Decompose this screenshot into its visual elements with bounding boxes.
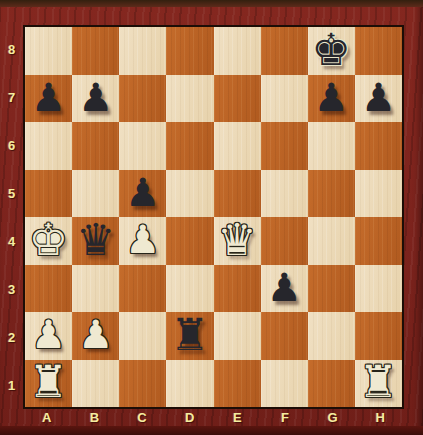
square-c1[interactable] [119,360,166,408]
square-c3[interactable] [119,265,166,313]
square-e7[interactable] [214,75,261,123]
file-labels: ABCDEFGH [23,409,404,426]
square-d6[interactable] [166,122,213,170]
square-f5[interactable] [261,170,308,218]
square-g1[interactable] [308,360,355,408]
rank-label-8: 8 [0,25,23,73]
square-a5[interactable] [25,170,72,218]
piece-white-pawn[interactable]: ♟ [125,220,160,259]
piece-black-pawn[interactable]: ♟ [78,78,113,117]
piece-black-pawn[interactable]: ♟ [361,78,396,117]
square-g5[interactable] [308,170,355,218]
square-e2[interactable] [214,312,261,360]
file-label-g: G [309,409,357,426]
piece-white-queen[interactable]: ♛ [217,218,256,262]
file-label-c: C [118,409,166,426]
square-c7[interactable] [119,75,166,123]
square-b3[interactable] [72,265,119,313]
square-f2[interactable] [261,312,308,360]
square-f3[interactable]: ♟ [261,265,308,313]
piece-black-pawn[interactable]: ♟ [267,268,302,307]
square-a2[interactable]: ♟ [25,312,72,360]
file-label-a: A [23,409,71,426]
square-b6[interactable] [72,122,119,170]
square-f8[interactable] [261,27,308,75]
square-d1[interactable] [166,360,213,408]
piece-white-rook[interactable]: ♜ [359,360,398,404]
square-b1[interactable] [72,360,119,408]
square-h1[interactable]: ♜ [355,360,402,408]
square-f4[interactable] [261,217,308,265]
square-h6[interactable] [355,122,402,170]
square-e4[interactable]: ♛ [214,217,261,265]
file-label-b: B [71,409,119,426]
rank-label-5: 5 [0,169,23,217]
file-label-d: D [166,409,214,426]
square-b2[interactable]: ♟ [72,312,119,360]
square-d4[interactable] [166,217,213,265]
square-f6[interactable] [261,122,308,170]
square-a8[interactable] [25,27,72,75]
file-label-h: H [356,409,404,426]
file-label-e: E [214,409,262,426]
rank-label-6: 6 [0,121,23,169]
piece-black-pawn[interactable]: ♟ [31,78,66,117]
chess-board: ♚♟♟♟♟♟♚♛♟♛♟♟♟♜♜♜ [23,25,404,409]
piece-white-pawn[interactable]: ♟ [31,315,66,354]
square-d7[interactable] [166,75,213,123]
square-g7[interactable]: ♟ [308,75,355,123]
square-c8[interactable] [119,27,166,75]
piece-white-pawn[interactable]: ♟ [78,315,113,354]
square-c2[interactable] [119,312,166,360]
square-d8[interactable] [166,27,213,75]
square-f7[interactable] [261,75,308,123]
rank-label-2: 2 [0,313,23,361]
square-a1[interactable]: ♜ [25,360,72,408]
frame-bottom-edge [0,426,423,435]
square-g3[interactable] [308,265,355,313]
chess-board-window: 87654321 ABCDEFGH ♚♟♟♟♟♟♚♛♟♛♟♟♟♜♜♜ [0,0,423,435]
square-h2[interactable] [355,312,402,360]
square-a4[interactable]: ♚ [25,217,72,265]
square-b4[interactable]: ♛ [72,217,119,265]
piece-black-king[interactable]: ♚ [312,28,351,72]
square-h3[interactable] [355,265,402,313]
square-c5[interactable]: ♟ [119,170,166,218]
square-b8[interactable] [72,27,119,75]
square-d3[interactable] [166,265,213,313]
piece-black-rook[interactable]: ♜ [170,313,209,357]
piece-black-pawn[interactable]: ♟ [314,78,349,117]
file-label-f: F [261,409,309,426]
square-e6[interactable] [214,122,261,170]
square-e3[interactable] [214,265,261,313]
rank-label-3: 3 [0,265,23,313]
rank-label-7: 7 [0,73,23,121]
square-f1[interactable] [261,360,308,408]
square-h4[interactable] [355,217,402,265]
square-a6[interactable] [25,122,72,170]
square-a7[interactable]: ♟ [25,75,72,123]
piece-white-rook[interactable]: ♜ [29,360,68,404]
square-h5[interactable] [355,170,402,218]
square-b7[interactable]: ♟ [72,75,119,123]
piece-white-king[interactable]: ♚ [29,218,68,262]
square-b5[interactable] [72,170,119,218]
square-g2[interactable] [308,312,355,360]
piece-black-queen[interactable]: ♛ [76,218,115,262]
square-g6[interactable] [308,122,355,170]
square-e8[interactable] [214,27,261,75]
square-g8[interactable]: ♚ [308,27,355,75]
square-e1[interactable] [214,360,261,408]
square-d2[interactable]: ♜ [166,312,213,360]
square-g4[interactable] [308,217,355,265]
square-h8[interactable] [355,27,402,75]
square-e5[interactable] [214,170,261,218]
rank-labels: 87654321 [0,25,23,409]
piece-black-pawn[interactable]: ♟ [125,173,160,212]
square-h7[interactable]: ♟ [355,75,402,123]
square-d5[interactable] [166,170,213,218]
square-a3[interactable] [25,265,72,313]
rank-label-1: 1 [0,361,23,409]
rank-label-4: 4 [0,217,23,265]
frame-top-edge [0,0,423,7]
square-c6[interactable] [119,122,166,170]
square-c4[interactable]: ♟ [119,217,166,265]
